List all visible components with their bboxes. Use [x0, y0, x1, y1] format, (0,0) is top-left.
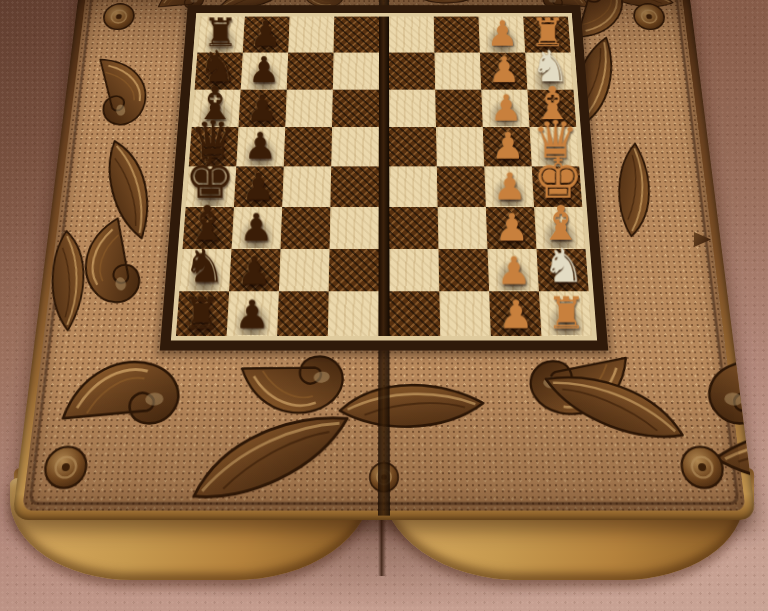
square-r1c3[interactable] [288, 17, 334, 53]
square-r8c7[interactable] [489, 292, 541, 336]
square-r7c7[interactable] [487, 248, 538, 291]
hinge-seam-row6 [379, 207, 390, 249]
square-r2c3[interactable] [287, 52, 334, 89]
square-r3c2[interactable] [238, 89, 286, 127]
square-r6c7[interactable] [486, 207, 537, 249]
square-r5c5[interactable] [389, 166, 437, 206]
square-r4c7[interactable] [483, 127, 532, 166]
square-r5c3[interactable] [282, 166, 331, 206]
hinge-seam-row5 [379, 166, 390, 206]
square-r6c8[interactable] [534, 207, 585, 249]
square-r1c8[interactable] [523, 17, 570, 53]
square-r2c7[interactable] [480, 52, 528, 89]
square-r7c1[interactable] [179, 248, 231, 291]
square-r1c6[interactable] [434, 17, 480, 53]
square-r2c2[interactable] [241, 52, 289, 89]
square-r6c3[interactable] [281, 207, 331, 249]
square-r7c4[interactable] [329, 248, 379, 291]
square-r2c5[interactable] [389, 52, 435, 89]
square-r3c8[interactable] [527, 89, 576, 127]
square-r4c1[interactable] [189, 127, 239, 166]
square-r6c4[interactable] [330, 207, 379, 249]
square-r1c1[interactable] [197, 17, 244, 53]
square-r4c3[interactable] [284, 127, 332, 166]
square-r1c5[interactable] [389, 17, 434, 53]
square-r5c4[interactable] [330, 166, 378, 206]
square-r7c2[interactable] [229, 248, 280, 291]
hinge-seam-top [379, 0, 389, 17]
square-r3c3[interactable] [285, 89, 333, 127]
square-r5c1[interactable] [186, 166, 237, 206]
square-r4c6[interactable] [436, 127, 484, 166]
square-r5c2[interactable] [234, 166, 284, 206]
square-r6c5[interactable] [389, 207, 438, 249]
playfield [176, 17, 592, 336]
square-r2c8[interactable] [525, 52, 573, 89]
square-r8c4[interactable] [328, 292, 379, 336]
hinge-seam-row3 [379, 89, 389, 127]
square-r3c4[interactable] [332, 89, 379, 127]
square-r4c2[interactable] [236, 127, 285, 166]
square-r3c1[interactable] [192, 89, 241, 127]
square-r3c7[interactable] [481, 89, 529, 127]
square-r5c6[interactable] [437, 166, 486, 206]
square-r1c4[interactable] [334, 17, 379, 53]
hinge-seam-row8 [378, 292, 389, 336]
square-r4c4[interactable] [331, 127, 379, 166]
square-r2c6[interactable] [434, 52, 481, 89]
square-r6c6[interactable] [438, 207, 488, 249]
hinge-seam-row7 [378, 248, 389, 291]
square-r1c7[interactable] [478, 17, 525, 53]
square-r5c8[interactable] [532, 166, 583, 206]
chess-board: ♜♟♟♜♞♟♟♞♝♟♟♝♛♟♟♛♚♟♟♚♝♟♟♝♞♟♟♞♜♟♟♜ [12, 0, 756, 520]
hinge-seam-row4 [379, 127, 390, 166]
square-r7c3[interactable] [279, 248, 330, 291]
hinge-seam-row2 [379, 52, 389, 89]
square-r8c3[interactable] [277, 292, 329, 336]
square-r8c8[interactable] [539, 292, 592, 336]
square-r5c7[interactable] [484, 166, 534, 206]
square-r3c6[interactable] [435, 89, 483, 127]
hinge-seam-row1 [379, 17, 389, 53]
square-r8c5[interactable] [390, 292, 441, 336]
square-r7c6[interactable] [438, 248, 489, 291]
square-r6c1[interactable] [183, 207, 234, 249]
square-r4c5[interactable] [389, 127, 437, 166]
playfield-grid [176, 17, 592, 336]
square-r8c1[interactable] [176, 292, 229, 336]
square-r4c8[interactable] [530, 127, 580, 166]
square-r2c1[interactable] [195, 52, 243, 89]
square-r7c8[interactable] [536, 248, 588, 291]
photo-canvas: { "game": { "name": "Chess", "board_desc… [0, 0, 768, 611]
square-r1c2[interactable] [243, 17, 290, 53]
photo-scene: ♜♟♟♜♞♟♟♞♝♟♟♝♛♟♟♛♚♟♟♚♝♟♟♝♞♟♟♞♜♟♟♜ [0, 0, 768, 611]
square-r8c2[interactable] [227, 292, 279, 336]
square-r7c5[interactable] [389, 248, 439, 291]
square-r2c4[interactable] [333, 52, 379, 89]
square-r3c5[interactable] [389, 89, 436, 127]
square-r6c2[interactable] [232, 207, 283, 249]
square-r8c6[interactable] [439, 292, 491, 336]
